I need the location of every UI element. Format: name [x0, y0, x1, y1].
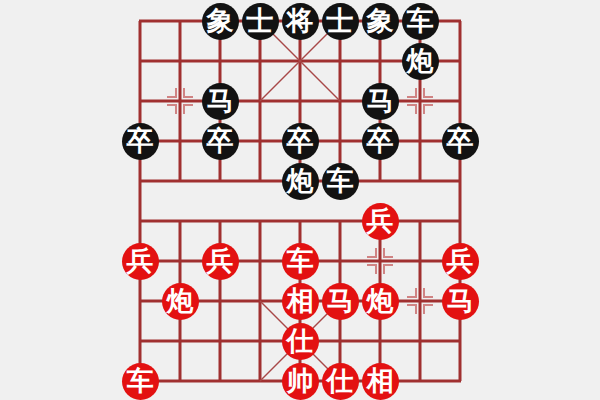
piece-black-soldier[interactable]: 卒 [122, 123, 159, 160]
piece-red-elephant[interactable]: 相 [282, 283, 319, 320]
piece-glyph: 仕 [327, 367, 354, 394]
piece-red-advisor[interactable]: 仕 [282, 323, 319, 360]
piece-glyph: 马 [207, 87, 234, 114]
piece-glyph: 车 [327, 167, 354, 194]
piece-glyph: 兵 [447, 247, 474, 274]
piece-red-general[interactable]: 帅 [282, 363, 319, 400]
piece-black-horse[interactable]: 马 [362, 83, 399, 120]
piece-red-advisor[interactable]: 仕 [322, 363, 359, 400]
piece-red-horse[interactable]: 马 [322, 283, 359, 320]
piece-glyph: 象 [367, 7, 394, 34]
piece-black-cannon[interactable]: 炮 [282, 163, 319, 200]
piece-red-cannon[interactable]: 炮 [362, 283, 399, 320]
piece-black-soldier[interactable]: 卒 [202, 123, 239, 160]
piece-red-chariot[interactable]: 车 [122, 363, 159, 400]
piece-red-soldier[interactable]: 兵 [362, 203, 399, 240]
piece-black-chariot[interactable]: 车 [402, 3, 439, 40]
piece-black-elephant[interactable]: 象 [362, 3, 399, 40]
piece-glyph: 马 [447, 287, 474, 314]
piece-red-cannon[interactable]: 炮 [162, 283, 199, 320]
piece-glyph: 车 [127, 367, 154, 394]
piece-black-general[interactable]: 将 [282, 3, 319, 40]
piece-glyph: 兵 [127, 247, 154, 274]
piece-glyph: 车 [407, 7, 434, 34]
piece-black-soldier[interactable]: 卒 [442, 123, 479, 160]
piece-glyph: 炮 [167, 287, 194, 314]
piece-glyph: 卒 [367, 127, 394, 154]
piece-glyph: 马 [327, 287, 354, 314]
piece-black-advisor[interactable]: 士 [322, 3, 359, 40]
piece-glyph: 帅 [287, 367, 314, 394]
piece-black-cannon[interactable]: 炮 [402, 43, 439, 80]
piece-red-elephant[interactable]: 相 [362, 363, 399, 400]
piece-black-horse[interactable]: 马 [202, 83, 239, 120]
piece-black-advisor[interactable]: 士 [242, 3, 279, 40]
piece-glyph: 卒 [287, 127, 314, 154]
piece-red-chariot[interactable]: 车 [282, 243, 319, 280]
piece-glyph: 兵 [367, 207, 394, 234]
piece-red-soldier[interactable]: 兵 [442, 243, 479, 280]
piece-black-chariot[interactable]: 车 [322, 163, 359, 200]
piece-glyph: 仕 [287, 327, 314, 354]
piece-red-soldier[interactable]: 兵 [202, 243, 239, 280]
piece-glyph: 卒 [447, 127, 474, 154]
piece-glyph: 卒 [207, 127, 234, 154]
piece-glyph: 马 [367, 87, 394, 114]
piece-glyph: 象 [207, 7, 234, 34]
piece-black-elephant[interactable]: 象 [202, 3, 239, 40]
piece-red-soldier[interactable]: 兵 [122, 243, 159, 280]
piece-glyph: 相 [367, 367, 394, 394]
piece-glyph: 炮 [407, 47, 434, 74]
piece-glyph: 相 [287, 287, 314, 314]
piece-black-soldier[interactable]: 卒 [282, 123, 319, 160]
piece-glyph: 兵 [207, 247, 234, 274]
piece-glyph: 士 [247, 7, 274, 34]
piece-red-horse[interactable]: 马 [442, 283, 479, 320]
piece-glyph: 士 [327, 7, 354, 34]
piece-glyph: 炮 [287, 167, 314, 194]
xiangqi-board: 象士将士象车炮马马卒卒卒卒卒炮车兵兵兵车兵炮相马炮马仕车帅仕相 [120, 1, 480, 400]
piece-glyph: 将 [287, 7, 314, 34]
piece-black-soldier[interactable]: 卒 [362, 123, 399, 160]
xiangqi-board-screenshot: 象士将士象车炮马马卒卒卒卒卒炮车兵兵兵车兵炮相马炮马仕车帅仕相 [0, 0, 600, 400]
piece-glyph: 炮 [367, 287, 394, 314]
piece-glyph: 车 [287, 247, 314, 274]
piece-glyph: 卒 [127, 127, 154, 154]
